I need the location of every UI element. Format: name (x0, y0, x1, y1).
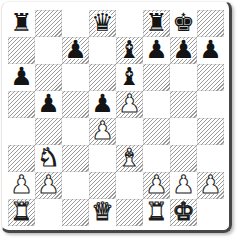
piece-white-pawn-f2: ♟ (145, 171, 167, 198)
square-g2: ♟ (170, 172, 197, 199)
piece-black-pawn-g7: ♟ (172, 36, 194, 63)
square-f1: ♜ (143, 199, 170, 226)
square-c6 (62, 64, 89, 91)
piece-black-pawn-a6: ♟ (10, 63, 32, 90)
square-b8 (35, 10, 62, 37)
square-c8 (62, 10, 89, 37)
piece-black-rook-a8: ♜ (10, 9, 32, 36)
square-f4 (143, 118, 170, 145)
square-e6: ♝ (116, 64, 143, 91)
piece-black-pawn-c7: ♟ (64, 36, 86, 63)
square-g1: ♚ (170, 199, 197, 226)
piece-black-queen-d8: ♛ (91, 9, 113, 36)
piece-white-bishop-e3: ♝ (118, 144, 140, 171)
piece-white-rook-a1: ♜ (10, 198, 32, 225)
square-d1: ♛ (89, 199, 116, 226)
square-f6 (143, 64, 170, 91)
piece-black-bishop-e7: ♝ (118, 36, 140, 63)
square-b7 (35, 37, 62, 64)
square-c3 (62, 145, 89, 172)
square-c1 (62, 199, 89, 226)
square-g8: ♚ (170, 10, 197, 37)
square-b4 (35, 118, 62, 145)
square-g3 (170, 145, 197, 172)
square-e3: ♝ (116, 145, 143, 172)
square-d2 (89, 172, 116, 199)
square-d7 (89, 37, 116, 64)
square-d4: ♟ (89, 118, 116, 145)
piece-white-king-g1: ♚ (172, 198, 194, 225)
square-e8 (116, 10, 143, 37)
square-c5 (62, 91, 89, 118)
square-e1 (116, 199, 143, 226)
piece-white-pawn-a2: ♟ (10, 171, 32, 198)
square-h7: ♟ (197, 37, 224, 64)
square-f8: ♜ (143, 10, 170, 37)
square-a5 (8, 91, 35, 118)
piece-white-queen-d1: ♛ (91, 198, 113, 225)
square-a1: ♜ (8, 199, 35, 226)
square-g6 (170, 64, 197, 91)
square-a3 (8, 145, 35, 172)
piece-white-pawn-g2: ♟ (172, 171, 194, 198)
piece-black-rook-f8: ♜ (145, 9, 167, 36)
square-b3: ♞ (35, 145, 62, 172)
piece-white-pawn-e5: ♟ (118, 90, 140, 117)
piece-white-pawn-d4: ♟ (91, 117, 113, 144)
square-g4 (170, 118, 197, 145)
square-f3 (143, 145, 170, 172)
square-a7 (8, 37, 35, 64)
square-d5: ♟ (89, 91, 116, 118)
square-b1 (35, 199, 62, 226)
square-a6: ♟ (8, 64, 35, 91)
piece-white-rook-f1: ♜ (145, 198, 167, 225)
square-e7: ♝ (116, 37, 143, 64)
piece-black-pawn-h7: ♟ (199, 36, 221, 63)
square-g5 (170, 91, 197, 118)
square-e4 (116, 118, 143, 145)
square-h6 (197, 64, 224, 91)
square-e2 (116, 172, 143, 199)
piece-white-knight-b3: ♞ (37, 144, 59, 171)
piece-white-pawn-b2: ♟ (37, 171, 59, 198)
square-h1 (197, 199, 224, 226)
square-a2: ♟ (8, 172, 35, 199)
square-c4 (62, 118, 89, 145)
piece-black-pawn-b5: ♟ (37, 90, 59, 117)
chess-board: ♜♛♜♚♟♝♟♟♟♟♝♟♟♟♟♞♝♟♟♟♟♟♜♛♜♚ (8, 10, 224, 226)
piece-black-pawn-f7: ♟ (145, 36, 167, 63)
square-h4 (197, 118, 224, 145)
square-c7: ♟ (62, 37, 89, 64)
page: ♜♛♜♚♟♝♟♟♟♟♝♟♟♟♟♞♝♟♟♟♟♟♜♛♜♚ (0, 0, 239, 244)
square-c2 (62, 172, 89, 199)
square-h8 (197, 10, 224, 37)
piece-black-bishop-e6: ♝ (118, 63, 140, 90)
square-a8: ♜ (8, 10, 35, 37)
square-h2: ♟ (197, 172, 224, 199)
square-h3 (197, 145, 224, 172)
square-f2: ♟ (143, 172, 170, 199)
square-b5: ♟ (35, 91, 62, 118)
square-f7: ♟ (143, 37, 170, 64)
square-f5 (143, 91, 170, 118)
piece-white-pawn-h2: ♟ (199, 171, 221, 198)
square-b6 (35, 64, 62, 91)
square-h5 (197, 91, 224, 118)
piece-black-king-g8: ♚ (172, 9, 194, 36)
square-a4 (8, 118, 35, 145)
square-g7: ♟ (170, 37, 197, 64)
square-d6 (89, 64, 116, 91)
square-d3 (89, 145, 116, 172)
square-e5: ♟ (116, 91, 143, 118)
piece-black-pawn-d5: ♟ (91, 90, 113, 117)
square-b2: ♟ (35, 172, 62, 199)
square-d8: ♛ (89, 10, 116, 37)
